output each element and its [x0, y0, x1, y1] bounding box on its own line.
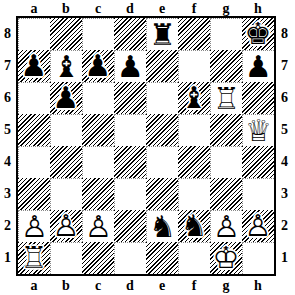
square-e7[interactable]	[146, 50, 178, 82]
file-label-top-h: h	[242, 0, 274, 16]
square-b1[interactable]	[50, 242, 82, 274]
rank-label-right-5: 5	[277, 114, 292, 146]
file-label-top-a: a	[18, 0, 50, 16]
black-knight[interactable]: ♞♞	[147, 211, 178, 242]
square-d7[interactable]: ♟♟	[114, 50, 146, 82]
file-label-bottom-g: g	[210, 277, 242, 293]
square-h1[interactable]	[242, 242, 274, 274]
square-d5[interactable]	[114, 114, 146, 146]
square-e6[interactable]	[146, 82, 178, 114]
square-d3[interactable]	[114, 178, 146, 210]
square-h2[interactable]: ♟♙	[242, 210, 274, 242]
piece-glyph: ♟	[85, 50, 112, 82]
square-a6[interactable]	[18, 82, 50, 114]
square-b3[interactable]	[50, 178, 82, 210]
file-label-top-c: c	[82, 0, 114, 16]
square-d2[interactable]	[114, 210, 146, 242]
file-label-bottom-d: d	[114, 277, 146, 293]
file-label-top-g: g	[210, 0, 242, 16]
piece-glyph: ♙	[53, 210, 80, 242]
piece-glyph: ♖	[21, 242, 48, 274]
square-b7[interactable]: ♝♝	[50, 50, 82, 82]
file-label-top-e: e	[146, 0, 178, 16]
white-pawn[interactable]: ♟♙	[242, 210, 274, 242]
square-f2[interactable]: ♞♞	[178, 210, 210, 242]
piece-glyph: ♙	[85, 211, 112, 243]
piece-glyph: ♜	[149, 19, 176, 51]
square-d6[interactable]	[114, 82, 146, 114]
black-pawn[interactable]: ♟♟	[50, 82, 82, 114]
square-f8[interactable]	[178, 18, 210, 50]
piece-glyph: ♝	[181, 82, 208, 114]
piece-glyph: ♟	[53, 82, 80, 114]
square-h3[interactable]	[242, 178, 274, 210]
square-h7[interactable]: ♟♟	[242, 50, 274, 82]
black-king[interactable]: ♚♚	[242, 18, 274, 50]
square-d1[interactable]	[114, 242, 146, 274]
square-g7[interactable]	[210, 50, 242, 82]
square-a8[interactable]	[18, 18, 50, 50]
square-d8[interactable]	[114, 18, 146, 50]
square-c8[interactable]	[82, 18, 114, 50]
rank-label-left-1: 1	[0, 242, 15, 274]
white-pawn[interactable]: ♟♙	[19, 211, 50, 242]
rank-label-right-6: 6	[277, 82, 292, 114]
file-label-bottom-f: f	[178, 277, 210, 293]
black-pawn[interactable]: ♟♟	[18, 50, 50, 82]
rank-label-right-2: 2	[277, 210, 292, 242]
rank-label-left-5: 5	[0, 114, 15, 146]
piece-glyph: ♚	[245, 18, 272, 50]
square-g4[interactable]	[210, 146, 242, 178]
piece-glyph: ♝	[53, 51, 80, 83]
rank-label-left-7: 7	[0, 50, 15, 82]
square-g6[interactable]: ♜♖	[210, 82, 242, 114]
rank-label-right-1: 1	[277, 242, 292, 274]
piece-glyph: ♙	[213, 211, 240, 243]
rank-label-left-6: 6	[0, 82, 15, 114]
white-pawn[interactable]: ♟♙	[83, 211, 114, 242]
square-g8[interactable]	[210, 18, 242, 50]
square-e1[interactable]	[146, 242, 178, 274]
black-bishop[interactable]: ♝♝	[51, 51, 82, 82]
white-king[interactable]: ♚♔	[210, 242, 242, 274]
square-h4[interactable]	[242, 146, 274, 178]
square-f7[interactable]	[178, 50, 210, 82]
file-label-bottom-b: b	[50, 277, 82, 293]
file-label-top-b: b	[50, 0, 82, 16]
chess-board: ♜♜♚♚♟♟♝♝♟♟♟♟♟♟♟♟♝♝♜♖♛♕♟♙♟♙♟♙♞♞♞♞♟♙♟♙♜♖♚♔	[16, 16, 276, 276]
piece-glyph: ♕	[245, 115, 272, 147]
square-g1[interactable]: ♚♔	[210, 242, 242, 274]
file-label-top-f: f	[178, 0, 210, 16]
piece-glyph: ♞	[181, 210, 208, 242]
black-knight[interactable]: ♞♞	[178, 210, 210, 242]
square-e5[interactable]	[146, 114, 178, 146]
rank-label-right-8: 8	[277, 18, 292, 50]
square-a5[interactable]	[18, 114, 50, 146]
piece-glyph: ♖	[213, 83, 240, 115]
square-e8[interactable]: ♜♜	[146, 18, 178, 50]
square-b4[interactable]	[50, 146, 82, 178]
square-e3[interactable]	[146, 178, 178, 210]
piece-glyph: ♙	[21, 211, 48, 243]
square-a3[interactable]	[18, 178, 50, 210]
square-f3[interactable]	[178, 178, 210, 210]
square-d4[interactable]	[114, 146, 146, 178]
file-label-bottom-a: a	[18, 277, 50, 293]
square-b5[interactable]	[50, 114, 82, 146]
square-g2[interactable]: ♟♙	[210, 210, 242, 242]
square-h5[interactable]: ♛♕	[242, 114, 274, 146]
square-c6[interactable]	[82, 82, 114, 114]
white-rook[interactable]: ♜♖	[18, 242, 50, 274]
white-queen[interactable]: ♛♕	[243, 115, 274, 146]
square-h6[interactable]	[242, 82, 274, 114]
square-a1[interactable]: ♜♖	[18, 242, 50, 274]
square-g5[interactable]	[210, 114, 242, 146]
piece-glyph: ♟	[21, 50, 48, 82]
file-label-bottom-h: h	[242, 277, 274, 293]
rank-label-right-7: 7	[277, 50, 292, 82]
rank-label-left-3: 3	[0, 178, 15, 210]
rank-label-left-2: 2	[0, 210, 15, 242]
piece-glyph: ♟	[245, 51, 272, 83]
square-a2[interactable]: ♟♙	[18, 210, 50, 242]
square-e4[interactable]	[146, 146, 178, 178]
square-b6[interactable]: ♟♟	[50, 82, 82, 114]
square-c7[interactable]: ♟♟	[82, 50, 114, 82]
square-c3[interactable]	[82, 178, 114, 210]
file-label-bottom-e: e	[146, 277, 178, 293]
piece-glyph: ♞	[149, 211, 176, 243]
square-f4[interactable]	[178, 146, 210, 178]
white-pawn[interactable]: ♟♙	[211, 211, 242, 242]
file-label-bottom-c: c	[82, 277, 114, 293]
black-bishop[interactable]: ♝♝	[178, 82, 210, 114]
square-g3[interactable]	[210, 178, 242, 210]
white-pawn[interactable]: ♟♙	[50, 210, 82, 242]
square-c4[interactable]	[82, 146, 114, 178]
square-f5[interactable]	[178, 114, 210, 146]
piece-glyph: ♟	[117, 51, 144, 83]
black-pawn[interactable]: ♟♟	[82, 50, 114, 82]
rank-label-right-4: 4	[277, 146, 292, 178]
white-rook[interactable]: ♜♖	[211, 83, 242, 114]
square-c1[interactable]	[82, 242, 114, 274]
file-label-top-d: d	[114, 0, 146, 16]
piece-glyph: ♙	[245, 210, 272, 242]
rank-label-left-8: 8	[0, 18, 15, 50]
square-b2[interactable]: ♟♙	[50, 210, 82, 242]
piece-glyph: ♔	[213, 242, 240, 274]
square-a7[interactable]: ♟♟	[18, 50, 50, 82]
rank-label-right-3: 3	[277, 178, 292, 210]
square-b8[interactable]	[50, 18, 82, 50]
square-f6[interactable]: ♝♝	[178, 82, 210, 114]
rank-label-left-4: 4	[0, 146, 15, 178]
square-h8[interactable]: ♚♚	[242, 18, 274, 50]
square-c5[interactable]	[82, 114, 114, 146]
square-a4[interactable]	[18, 146, 50, 178]
square-f1[interactable]	[178, 242, 210, 274]
black-rook[interactable]: ♜♜	[147, 19, 178, 50]
square-e2[interactable]: ♞♞	[146, 210, 178, 242]
black-pawn[interactable]: ♟♟	[115, 51, 146, 82]
black-pawn[interactable]: ♟♟	[243, 51, 274, 82]
square-c2[interactable]: ♟♙	[82, 210, 114, 242]
chess-diagram: abcdefgh abcdefgh 87654321 87654321 ♜♜♚♚…	[0, 0, 295, 295]
